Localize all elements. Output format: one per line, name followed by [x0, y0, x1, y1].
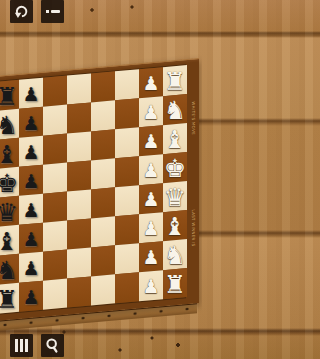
square-d4[interactable] [91, 187, 115, 218]
black-knight[interactable]: ♞ [0, 113, 18, 138]
square-f6[interactable] [43, 134, 67, 165]
square-f8[interactable]: ♝ [0, 138, 19, 169]
square-f7[interactable]: ♟ [19, 136, 43, 167]
white-knight[interactable]: ♞ [164, 243, 186, 268]
square-c6[interactable] [43, 221, 67, 252]
black-king[interactable]: ♚ [0, 171, 18, 196]
square-e8[interactable]: ♚ [0, 167, 19, 198]
square-f2[interactable]: ♟ [139, 125, 163, 156]
white-pawn[interactable]: ♟ [142, 190, 159, 209]
board-frame: ♜♟♟♜♞♟♟♞♝♟♟♝♚♟♟♚♛♟♟♛♝♟♟♝♞♟♟♞♜♟♟♜ WHITE'S… [0, 58, 199, 321]
square-a8[interactable]: ♜ [0, 283, 19, 314]
square-e2[interactable]: ♟ [139, 154, 163, 185]
white-rook[interactable]: ♜ [164, 272, 186, 297]
black-pawn[interactable]: ♟ [22, 201, 39, 220]
square-d1[interactable]: ♛ [163, 181, 187, 212]
square-b6[interactable] [43, 250, 67, 281]
square-c8[interactable]: ♝ [0, 225, 19, 256]
edge-text-turn: WHITE'S MOVE [191, 101, 196, 135]
square-b1[interactable]: ♞ [163, 239, 187, 270]
white-pawn[interactable]: ♟ [142, 219, 159, 238]
square-g7[interactable]: ♟ [19, 107, 43, 138]
square-f1[interactable]: ♝ [163, 123, 187, 154]
white-rook[interactable]: ♜ [164, 69, 186, 94]
black-knight[interactable]: ♞ [0, 258, 18, 283]
white-pawn[interactable]: ♟ [142, 161, 159, 180]
square-g6[interactable] [43, 105, 67, 136]
square-d2[interactable]: ♟ [139, 183, 163, 214]
square-f3[interactable] [115, 127, 139, 158]
dot-dash-button[interactable] [41, 0, 64, 23]
square-g2[interactable]: ♟ [139, 96, 163, 127]
square-h8[interactable]: ♜ [0, 80, 19, 111]
zoom-button[interactable] [41, 334, 64, 357]
white-knight[interactable]: ♞ [164, 98, 186, 123]
edge-text-winner: LAST WINNER IS [191, 209, 196, 246]
square-e7[interactable]: ♟ [19, 165, 43, 196]
square-d7[interactable]: ♟ [19, 194, 43, 225]
chess-board: ♜♟♟♜♞♟♟♞♝♟♟♝♚♟♟♚♛♟♟♛♝♟♟♝♞♟♟♞♜♟♟♜ WHITE'S… [0, 58, 199, 331]
square-b2[interactable]: ♟ [139, 241, 163, 272]
square-d5[interactable] [67, 189, 91, 220]
square-h6[interactable] [43, 76, 67, 107]
undo-button[interactable] [10, 0, 33, 23]
white-pawn[interactable]: ♟ [142, 277, 159, 296]
square-a5[interactable] [67, 276, 91, 307]
square-h3[interactable] [115, 69, 139, 100]
square-b4[interactable] [91, 245, 115, 276]
white-pawn[interactable]: ♟ [142, 248, 159, 267]
square-e5[interactable] [67, 160, 91, 191]
black-rook[interactable]: ♜ [0, 287, 18, 312]
square-a1[interactable]: ♜ [163, 268, 187, 299]
square-b5[interactable] [67, 247, 91, 278]
white-pawn[interactable]: ♟ [142, 132, 159, 151]
square-c1[interactable]: ♝ [163, 210, 187, 241]
square-a4[interactable] [91, 274, 115, 305]
square-b3[interactable] [115, 243, 139, 274]
white-pawn[interactable]: ♟ [142, 74, 159, 93]
black-queen[interactable]: ♛ [0, 200, 18, 225]
dot-dash-icon [46, 10, 60, 13]
square-a7[interactable]: ♟ [19, 281, 43, 312]
white-queen[interactable]: ♛ [164, 185, 186, 210]
white-pawn[interactable]: ♟ [142, 103, 159, 122]
square-g8[interactable]: ♞ [0, 109, 19, 140]
square-g4[interactable] [91, 100, 115, 131]
menu-button[interactable] [10, 334, 33, 357]
square-h5[interactable] [67, 73, 91, 104]
white-king[interactable]: ♚ [164, 156, 186, 181]
square-e6[interactable] [43, 163, 67, 194]
black-bishop[interactable]: ♝ [0, 229, 18, 254]
square-h4[interactable] [91, 71, 115, 102]
square-c2[interactable]: ♟ [139, 212, 163, 243]
black-pawn[interactable]: ♟ [22, 172, 39, 191]
square-c7[interactable]: ♟ [19, 223, 43, 254]
square-a3[interactable] [115, 272, 139, 303]
square-a2[interactable]: ♟ [139, 270, 163, 301]
square-d8[interactable]: ♛ [0, 196, 19, 227]
app-background: { "game": "chess", "position": { "fen": … [0, 0, 202, 359]
black-pawn[interactable]: ♟ [22, 259, 39, 278]
square-g3[interactable] [115, 98, 139, 129]
square-h1[interactable]: ♜ [163, 65, 187, 96]
black-rook[interactable]: ♜ [0, 84, 18, 109]
undo-arrow-icon [13, 3, 30, 20]
square-g1[interactable]: ♞ [163, 94, 187, 125]
white-bishop[interactable]: ♝ [164, 127, 186, 152]
black-bishop[interactable]: ♝ [0, 142, 18, 167]
magnifier-icon [44, 337, 61, 354]
square-d6[interactable] [43, 192, 67, 223]
square-b7[interactable]: ♟ [19, 252, 43, 283]
black-pawn[interactable]: ♟ [22, 288, 39, 307]
white-bishop[interactable]: ♝ [164, 214, 186, 239]
square-c5[interactable] [67, 218, 91, 249]
black-pawn[interactable]: ♟ [22, 143, 39, 162]
square-g5[interactable] [67, 102, 91, 133]
black-pawn[interactable]: ♟ [22, 114, 39, 133]
square-e3[interactable] [115, 156, 139, 187]
square-b8[interactable]: ♞ [0, 254, 19, 285]
square-c4[interactable] [91, 216, 115, 247]
square-e1[interactable]: ♚ [163, 152, 187, 183]
black-pawn[interactable]: ♟ [22, 85, 39, 104]
square-h7[interactable]: ♟ [19, 78, 43, 109]
square-f5[interactable] [67, 131, 91, 162]
square-d3[interactable] [115, 185, 139, 216]
square-f4[interactable] [91, 129, 115, 160]
square-e4[interactable] [91, 158, 115, 189]
board-grid[interactable]: ♜♟♟♜♞♟♟♞♝♟♟♝♚♟♟♚♛♟♟♛♝♟♟♝♞♟♟♞♜♟♟♜ [0, 64, 186, 315]
square-c3[interactable] [115, 214, 139, 245]
square-a6[interactable] [43, 279, 67, 310]
vertical-bars-icon [15, 339, 28, 352]
square-h2[interactable]: ♟ [139, 67, 163, 98]
black-pawn[interactable]: ♟ [22, 230, 39, 249]
